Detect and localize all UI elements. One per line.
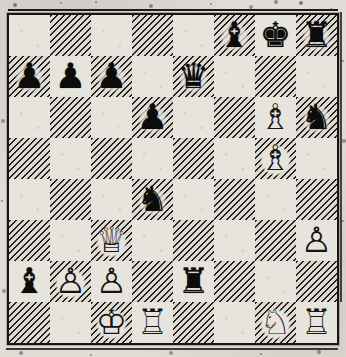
black-knight: ♞ xyxy=(137,182,168,217)
square-d1[interactable]: ♖ xyxy=(132,302,173,343)
right-border-rule xyxy=(340,12,342,302)
black-rook: ♜ xyxy=(178,264,209,299)
square-e2[interactable]: ♜ xyxy=(173,261,214,302)
white-bishop: ♗ xyxy=(260,100,291,135)
square-h5[interactable] xyxy=(296,138,337,179)
square-b2[interactable]: ♙ xyxy=(50,261,91,302)
square-c4[interactable] xyxy=(91,179,132,220)
square-d8[interactable] xyxy=(132,15,173,56)
white-queen: ♕ xyxy=(96,223,127,258)
black-pawn: ♟ xyxy=(14,59,45,94)
square-h8[interactable]: ♜ xyxy=(296,15,337,56)
square-e8[interactable] xyxy=(173,15,214,56)
square-a4[interactable] xyxy=(9,179,50,220)
square-a2[interactable]: ♝ xyxy=(9,261,50,302)
square-f6[interactable] xyxy=(214,97,255,138)
square-g7[interactable] xyxy=(255,56,296,97)
square-c1[interactable]: ♔ xyxy=(91,302,132,343)
square-f5[interactable] xyxy=(214,138,255,179)
square-e3[interactable] xyxy=(173,220,214,261)
square-b5[interactable] xyxy=(50,138,91,179)
square-b8[interactable] xyxy=(50,15,91,56)
square-e4[interactable] xyxy=(173,179,214,220)
black-pawn: ♟ xyxy=(137,100,168,135)
square-a3[interactable] xyxy=(9,220,50,261)
white-pawn: ♙ xyxy=(96,264,127,299)
square-c8[interactable] xyxy=(91,15,132,56)
square-a1[interactable] xyxy=(9,302,50,343)
square-e5[interactable] xyxy=(173,138,214,179)
square-a7[interactable]: ♟ xyxy=(9,56,50,97)
square-g5[interactable]: ♗ xyxy=(255,138,296,179)
top-border-rule xyxy=(8,9,338,11)
square-h2[interactable] xyxy=(296,261,337,302)
chess-board: ♝♚♜♟♟♟♛♟♗♞♗♞♕♙♝♙♙♜♔♖♘♖ xyxy=(7,13,339,345)
square-f7[interactable] xyxy=(214,56,255,97)
square-h6[interactable]: ♞ xyxy=(296,97,337,138)
square-f2[interactable] xyxy=(214,261,255,302)
square-c3[interactable]: ♕ xyxy=(91,220,132,261)
square-d2[interactable] xyxy=(132,261,173,302)
square-c5[interactable] xyxy=(91,138,132,179)
square-d6[interactable]: ♟ xyxy=(132,97,173,138)
square-a5[interactable] xyxy=(9,138,50,179)
white-king: ♔ xyxy=(96,305,127,340)
square-g1[interactable]: ♘ xyxy=(255,302,296,343)
square-b1[interactable] xyxy=(50,302,91,343)
square-b4[interactable] xyxy=(50,179,91,220)
square-h3[interactable]: ♙ xyxy=(296,220,337,261)
white-rook: ♖ xyxy=(301,305,332,340)
square-b6[interactable] xyxy=(50,97,91,138)
square-g8[interactable]: ♚ xyxy=(255,15,296,56)
black-queen: ♛ xyxy=(178,59,209,94)
black-rook: ♜ xyxy=(301,18,332,53)
square-b3[interactable] xyxy=(50,220,91,261)
square-f8[interactable]: ♝ xyxy=(214,15,255,56)
square-a8[interactable] xyxy=(9,15,50,56)
square-g2[interactable] xyxy=(255,261,296,302)
black-pawn: ♟ xyxy=(55,59,86,94)
square-d4[interactable]: ♞ xyxy=(132,179,173,220)
square-e6[interactable] xyxy=(173,97,214,138)
square-h4[interactable] xyxy=(296,179,337,220)
black-king: ♚ xyxy=(260,18,291,53)
white-pawn: ♙ xyxy=(301,223,332,258)
square-d3[interactable] xyxy=(132,220,173,261)
black-pawn: ♟ xyxy=(96,59,127,94)
square-f1[interactable] xyxy=(214,302,255,343)
square-c6[interactable] xyxy=(91,97,132,138)
white-bishop: ♗ xyxy=(260,141,291,176)
square-g6[interactable]: ♗ xyxy=(255,97,296,138)
square-h1[interactable]: ♖ xyxy=(296,302,337,343)
white-knight: ♘ xyxy=(260,305,291,340)
white-rook: ♖ xyxy=(137,305,168,340)
square-e7[interactable]: ♛ xyxy=(173,56,214,97)
square-g3[interactable] xyxy=(255,220,296,261)
square-f4[interactable] xyxy=(214,179,255,220)
black-knight: ♞ xyxy=(301,100,332,135)
bottom-border-rule xyxy=(6,348,338,350)
square-d7[interactable] xyxy=(132,56,173,97)
scan-noise-speckles xyxy=(0,0,2,2)
square-g4[interactable] xyxy=(255,179,296,220)
black-bishop: ♝ xyxy=(14,264,45,299)
square-f3[interactable] xyxy=(214,220,255,261)
square-h7[interactable] xyxy=(296,56,337,97)
square-e1[interactable] xyxy=(173,302,214,343)
square-c7[interactable]: ♟ xyxy=(91,56,132,97)
white-pawn: ♙ xyxy=(55,264,86,299)
square-d5[interactable] xyxy=(132,138,173,179)
square-b7[interactable]: ♟ xyxy=(50,56,91,97)
square-a6[interactable] xyxy=(9,97,50,138)
black-bishop: ♝ xyxy=(219,18,250,53)
square-c2[interactable]: ♙ xyxy=(91,261,132,302)
